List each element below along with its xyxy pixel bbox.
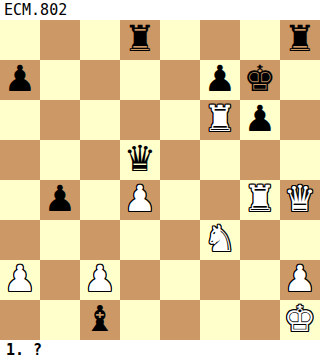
black-pawn-b4[interactable]: ♟	[44, 181, 76, 217]
header: ECM.802	[0, 0, 320, 20]
square-a8[interactable]	[0, 20, 40, 60]
square-a3[interactable]	[0, 220, 40, 260]
square-e4[interactable]	[160, 180, 200, 220]
square-c7[interactable]	[80, 60, 120, 100]
square-g5[interactable]	[240, 140, 280, 180]
square-e1[interactable]	[160, 300, 200, 340]
square-d2[interactable]	[120, 260, 160, 300]
white-queen-h4[interactable]: ♛	[284, 181, 316, 217]
square-c2[interactable]: ♟	[80, 260, 120, 300]
square-g4[interactable]: ♜	[240, 180, 280, 220]
black-pawn-f7[interactable]: ♟	[204, 61, 236, 97]
square-e6[interactable]	[160, 100, 200, 140]
square-a5[interactable]	[0, 140, 40, 180]
square-c4[interactable]	[80, 180, 120, 220]
black-rook-d8[interactable]: ♜	[124, 21, 156, 57]
square-h7[interactable]	[280, 60, 320, 100]
square-a2[interactable]: ♟	[0, 260, 40, 300]
square-d7[interactable]	[120, 60, 160, 100]
square-e5[interactable]	[160, 140, 200, 180]
white-rook-f6[interactable]: ♜	[204, 101, 236, 137]
black-king-g7[interactable]: ♚	[244, 61, 276, 97]
square-c8[interactable]	[80, 20, 120, 60]
square-d3[interactable]	[120, 220, 160, 260]
square-b7[interactable]	[40, 60, 80, 100]
white-pawn-a2[interactable]: ♟	[4, 261, 36, 297]
square-d6[interactable]	[120, 100, 160, 140]
black-pawn-a7[interactable]: ♟	[4, 61, 36, 97]
square-b3[interactable]	[40, 220, 80, 260]
square-h2[interactable]: ♟	[280, 260, 320, 300]
square-c5[interactable]	[80, 140, 120, 180]
square-b8[interactable]	[40, 20, 80, 60]
square-b2[interactable]	[40, 260, 80, 300]
white-pawn-c2[interactable]: ♟	[84, 261, 116, 297]
square-h8[interactable]: ♜	[280, 20, 320, 60]
square-g3[interactable]	[240, 220, 280, 260]
square-a7[interactable]: ♟	[0, 60, 40, 100]
white-pawn-h2[interactable]: ♟	[284, 261, 316, 297]
square-g7[interactable]: ♚	[240, 60, 280, 100]
square-a6[interactable]	[0, 100, 40, 140]
square-e3[interactable]	[160, 220, 200, 260]
square-e8[interactable]	[160, 20, 200, 60]
black-pawn-g6[interactable]: ♟	[244, 101, 276, 137]
square-f2[interactable]	[200, 260, 240, 300]
black-rook-h8[interactable]: ♜	[284, 21, 316, 57]
footer: 1. ?	[0, 340, 320, 360]
square-f6[interactable]: ♜	[200, 100, 240, 140]
square-f4[interactable]	[200, 180, 240, 220]
chess-board: ♜♜♟♟♚♜♟♛♟♟♜♛♞♟♟♟♝♚	[0, 20, 320, 340]
square-d5[interactable]: ♛	[120, 140, 160, 180]
square-h6[interactable]	[280, 100, 320, 140]
white-knight-f3[interactable]: ♞	[204, 221, 236, 257]
square-b5[interactable]	[40, 140, 80, 180]
square-g6[interactable]: ♟	[240, 100, 280, 140]
square-f3[interactable]: ♞	[200, 220, 240, 260]
square-h1[interactable]: ♚	[280, 300, 320, 340]
page-title: ECM.802	[0, 0, 67, 20]
square-c1[interactable]: ♝	[80, 300, 120, 340]
square-a1[interactable]	[0, 300, 40, 340]
square-b4[interactable]: ♟	[40, 180, 80, 220]
white-king-h1[interactable]: ♚	[284, 301, 316, 337]
square-h5[interactable]	[280, 140, 320, 180]
square-d1[interactable]	[120, 300, 160, 340]
chess-diagram-page: ECM.802 ♜♜♟♟♚♜♟♛♟♟♜♛♞♟♟♟♝♚ 1. ?	[0, 0, 320, 360]
square-c6[interactable]	[80, 100, 120, 140]
square-g1[interactable]	[240, 300, 280, 340]
move-prompt: 1. ?	[0, 340, 42, 360]
white-pawn-d4[interactable]: ♟	[124, 181, 156, 217]
square-f7[interactable]: ♟	[200, 60, 240, 100]
square-c3[interactable]	[80, 220, 120, 260]
square-g8[interactable]	[240, 20, 280, 60]
square-h3[interactable]	[280, 220, 320, 260]
black-bishop-c1[interactable]: ♝	[84, 301, 116, 337]
square-a4[interactable]	[0, 180, 40, 220]
square-b6[interactable]	[40, 100, 80, 140]
square-e2[interactable]	[160, 260, 200, 300]
square-e7[interactable]	[160, 60, 200, 100]
square-b1[interactable]	[40, 300, 80, 340]
square-d4[interactable]: ♟	[120, 180, 160, 220]
white-rook-g4[interactable]: ♜	[244, 181, 276, 217]
square-g2[interactable]	[240, 260, 280, 300]
square-f8[interactable]	[200, 20, 240, 60]
square-h4[interactable]: ♛	[280, 180, 320, 220]
square-f1[interactable]	[200, 300, 240, 340]
square-f5[interactable]	[200, 140, 240, 180]
square-d8[interactable]: ♜	[120, 20, 160, 60]
black-queen-d5[interactable]: ♛	[124, 141, 156, 177]
